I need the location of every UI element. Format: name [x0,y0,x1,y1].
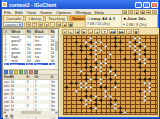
captures-icon: ♟ [108,16,112,21]
menu-view[interactable]: View [25,10,38,15]
board-cell[interactable]: ● [113,85,118,89]
board-cell[interactable]: ● [118,48,123,52]
board-cell[interactable]: ● [123,110,128,114]
left-panel: #WhiteRkBlackRk 1hanul5dbruce5d2guest2--… [2,28,59,117]
board-cell[interactable]: ● [64,85,69,89]
window-title: contest2 - IGoClient [9,2,135,8]
black-stone: ● [79,48,84,52]
black-stone: ● [118,48,123,52]
board-cell[interactable]: ● [88,85,93,89]
turn-indicator-icon: ● [123,22,125,27]
black-stone: ● [64,85,69,89]
board-cell[interactable]: ● [147,57,152,61]
black-stone: ● [123,57,128,61]
white-stone-tool-icon[interactable]: ○ [50,22,55,27]
back-10-button[interactable]: ◀◀ [109,29,117,34]
play-icon[interactable] [19,70,23,74]
current-stone-icon[interactable]: ● [62,29,67,34]
white-player-name: easy 4d [91,16,107,21]
match-icon[interactable] [14,70,18,74]
pass-button[interactable]: ▣ [133,29,139,34]
delete-button[interactable]: ✕ [126,29,132,34]
connect-combobox[interactable]: connect ▼ [3,22,23,27]
connection-status-icon[interactable]: ◉ [5,114,8,118]
board-cell[interactable]: ● [74,89,79,93]
stats-icon[interactable] [24,70,28,74]
board-cell[interactable]: ● [123,57,128,61]
games-table: #WhiteRkBlackRk 1hanul5dbruce5d2guest2--… [3,29,58,65]
white-stone: ● [147,89,152,93]
black-stone: ● [147,57,152,61]
black-player-pane: ● Jose 3d+ ● 4 6M / 8 (2hs) [121,15,157,27]
menu-file[interactable]: File [2,10,13,15]
board-cell[interactable]: ● [118,40,123,44]
grid-tool-icon[interactable]: ▦ [68,22,73,27]
board-cell[interactable]: ● [142,69,147,73]
table-row[interactable]: 8easy4dJose3d+ [4,63,58,65]
white-stone: ● [113,85,118,89]
board-pane: ●⇤◀▶⇥▲▼◀◀▶▶✕▣ ●●●●●●●●●●●●●●●●●●●●●●●●●●… [60,28,159,117]
white-stone: ● [142,98,147,102]
black-stone-icon: ● [123,16,126,21]
white-stone: ● [98,48,103,52]
white-stone: ● [123,110,128,114]
combo-value: connect [5,23,18,26]
number-tool-icon[interactable]: № [56,22,61,27]
menu-edit[interactable]: Edit [13,10,25,15]
refresh-games-icon[interactable] [4,70,8,74]
minimize-button[interactable]: _ [135,2,142,8]
black-stone: ● [142,69,147,73]
white-stone: ● [113,73,118,77]
down-variation-button[interactable]: ▼ [101,29,107,34]
next-move-button[interactable]: ▶ [81,29,86,34]
up-variation-button[interactable]: ▲ [94,29,100,34]
board-cell[interactable]: ● [108,52,113,56]
table-cell: easy [10,63,26,65]
observe-icon[interactable] [9,70,13,74]
board-cell[interactable]: ● [113,73,118,77]
black-player-name: Jose 3d+ [127,16,146,21]
white-stone: ● [74,89,79,93]
black-stone: ● [118,40,123,44]
menu-game[interactable]: Game [38,10,54,15]
player-info-panel: ● easy 4d ♟ 1 7 6M / 16 (2hs) ● Jose 3d+… [85,14,158,28]
menu-options[interactable]: Options [54,10,73,15]
board-cell[interactable]: ● [98,98,103,102]
go-board: ●●●●●●●●●●●●●●●●●●●●●●●●●●●●●●●●●●●●●●●●… [63,35,158,115]
toolbar-separator [24,22,25,27]
board-list-icon[interactable]: ▦ [10,114,13,118]
black-stone: ● [69,52,74,56]
triangle-tool-icon[interactable]: ▲ [62,22,67,27]
board-cell[interactable]: ● [79,48,84,52]
toolbar-buttons: ✎T⊕●○№▲▦ [26,22,73,27]
chevron-down-icon[interactable]: ▼ [18,23,22,26]
scrollbar-thumb[interactable] [55,41,58,51]
mark-tool-icon[interactable]: ⊕ [38,22,43,27]
text-tool-icon[interactable]: T [32,22,37,27]
white-captures-count: 1 [113,16,115,21]
table-cell: Jose [33,63,49,65]
white-stone-icon: ● [87,16,90,21]
navigation-toolbar: ●⇤◀▶⇥▲▼◀◀▶▶✕▣ [60,28,159,35]
main-toolbar: connect ▼ ✎T⊕●○№▲▦ [2,21,85,28]
white-stone: ● [103,44,108,48]
bottom-icon-row: ◉▦ [3,114,58,118]
board-cell[interactable]: ● [74,61,79,65]
maximize-button[interactable]: □ [143,2,150,8]
black-stone: ● [74,61,79,65]
black-stone-tool-icon[interactable]: ● [44,22,49,27]
board-cell[interactable]: ● [103,44,108,48]
close-button[interactable]: × [151,2,158,8]
app-icon [2,2,7,7]
hoshi-point [139,99,141,101]
board-cell[interactable]: ● [147,89,152,93]
black-stone: ● [98,98,103,102]
table-cell: 4d [25,63,33,65]
white-player-pane: ● easy 4d ♟ 1 7 6M / 16 (2hs) [86,15,121,27]
white-stone: ● [142,61,147,65]
prev-move-button[interactable]: ◀ [75,29,80,34]
edit-icon[interactable]: ✎ [26,22,31,27]
column-header[interactable]: Name [3,75,9,80]
filter-icon[interactable] [34,70,38,74]
board-cell[interactable]: ● [142,98,147,102]
board-cell[interactable]: ● [69,52,74,56]
black-time: 4 6M / 8 (2hs) [126,23,147,27]
hoshi-point [80,74,82,76]
board-cell[interactable] [152,110,157,114]
board-cell[interactable]: ● [93,106,98,110]
board-cell[interactable]: ● [142,61,147,65]
forward-10-button[interactable]: ▶▶ [117,29,125,34]
white-stone: ● [88,85,93,89]
games-table-scrollbar[interactable] [55,29,58,69]
white-stone: ● [93,106,98,110]
title-bar[interactable]: contest2 - IGoClient _ □ × [1,0,159,9]
last-move-button[interactable]: ⇥ [88,29,94,34]
close-game-icon[interactable] [29,70,33,74]
app-window: contest2 - IGoClient _ □ × FileEditViewG… [0,0,160,119]
white-time: 7 6M / 16 (2hs) [87,22,110,26]
board-cell[interactable]: ● [98,48,103,52]
first-move-button[interactable]: ⇤ [68,29,74,34]
white-stone: ● [108,52,113,56]
